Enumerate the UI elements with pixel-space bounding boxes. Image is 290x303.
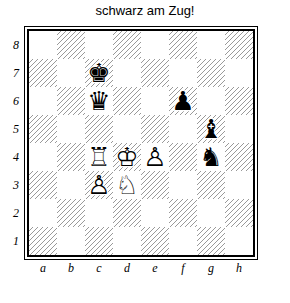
- square-f5[interactable]: [169, 115, 197, 143]
- square-a4[interactable]: [29, 143, 57, 171]
- square-c6[interactable]: ♛♛: [85, 87, 113, 115]
- file-label-a: a: [29, 261, 57, 275]
- square-b5[interactable]: [57, 115, 85, 143]
- white-rook-glyph: ♖: [85, 143, 113, 171]
- square-f2[interactable]: [169, 199, 197, 227]
- square-e2[interactable]: [141, 199, 169, 227]
- square-e6[interactable]: [141, 87, 169, 115]
- file-label-h: h: [225, 261, 253, 275]
- square-h1[interactable]: [225, 227, 253, 255]
- square-d4[interactable]: ♚♔: [113, 143, 141, 171]
- black-pawn: ♟♟: [169, 87, 197, 115]
- square-g4[interactable]: ♞♞: [197, 143, 225, 171]
- square-b2[interactable]: [57, 199, 85, 227]
- square-h4[interactable]: [225, 143, 253, 171]
- square-c8[interactable]: [85, 31, 113, 59]
- square-c2[interactable]: [85, 199, 113, 227]
- square-f4[interactable]: [169, 143, 197, 171]
- rank-label-3: 3: [8, 171, 24, 199]
- white-rook: ♜♖: [85, 143, 113, 171]
- square-f8[interactable]: [169, 31, 197, 59]
- square-d5[interactable]: [113, 115, 141, 143]
- square-g2[interactable]: [197, 199, 225, 227]
- square-a3[interactable]: [29, 171, 57, 199]
- square-b4[interactable]: [57, 143, 85, 171]
- square-h2[interactable]: [225, 199, 253, 227]
- square-b7[interactable]: [57, 59, 85, 87]
- white-pawn-glyph: ♙: [141, 143, 169, 171]
- square-f3[interactable]: [169, 171, 197, 199]
- square-g5[interactable]: ♝♝: [197, 115, 225, 143]
- black-bishop: ♝♝: [197, 115, 225, 143]
- square-c5[interactable]: [85, 115, 113, 143]
- white-pawn: ♟♙: [85, 171, 113, 199]
- black-pawn-glyph: ♟: [169, 87, 197, 115]
- square-c1[interactable]: [85, 227, 113, 255]
- black-queen-glyph: ♛: [85, 87, 113, 115]
- file-label-g: g: [197, 261, 225, 275]
- square-d1[interactable]: [113, 227, 141, 255]
- square-c4[interactable]: ♜♖: [85, 143, 113, 171]
- black-bishop-glyph: ♝: [197, 115, 225, 143]
- square-h3[interactable]: [225, 171, 253, 199]
- square-b6[interactable]: [57, 87, 85, 115]
- square-a2[interactable]: [29, 199, 57, 227]
- square-a5[interactable]: [29, 115, 57, 143]
- black-knight: ♞♞: [197, 143, 225, 171]
- rank-label-7: 7: [8, 59, 24, 87]
- move-indicator: schwarz am Zug!: [0, 3, 290, 19]
- rank-label-6: 6: [8, 87, 24, 115]
- square-h6[interactable]: [225, 87, 253, 115]
- square-h5[interactable]: [225, 115, 253, 143]
- chess-board: ♚♚♛♛♟♟♝♝♜♖♚♔♟♙♞♞♟♙♞♘: [24, 26, 258, 260]
- square-c7[interactable]: ♚♚: [85, 59, 113, 87]
- square-g1[interactable]: [197, 227, 225, 255]
- square-d7[interactable]: [113, 59, 141, 87]
- square-e4[interactable]: ♟♙: [141, 143, 169, 171]
- white-king-glyph: ♔: [113, 143, 141, 171]
- white-pawn-glyph: ♙: [85, 171, 113, 199]
- square-d2[interactable]: [113, 199, 141, 227]
- rank-label-5: 5: [8, 115, 24, 143]
- square-e5[interactable]: [141, 115, 169, 143]
- square-a6[interactable]: [29, 87, 57, 115]
- file-label-d: d: [113, 261, 141, 275]
- black-king-glyph: ♚: [85, 59, 113, 87]
- square-f1[interactable]: [169, 227, 197, 255]
- file-label-c: c: [85, 261, 113, 275]
- board-grid: ♚♚♛♛♟♟♝♝♜♖♚♔♟♙♞♞♟♙♞♘: [29, 31, 253, 255]
- square-g6[interactable]: [197, 87, 225, 115]
- file-label-b: b: [57, 261, 85, 275]
- square-f7[interactable]: [169, 59, 197, 87]
- square-e1[interactable]: [141, 227, 169, 255]
- square-e3[interactable]: [141, 171, 169, 199]
- square-h7[interactable]: [225, 59, 253, 87]
- file-label-e: e: [141, 261, 169, 275]
- square-a8[interactable]: [29, 31, 57, 59]
- square-b3[interactable]: [57, 171, 85, 199]
- square-f6[interactable]: ♟♟: [169, 87, 197, 115]
- square-d3[interactable]: ♞♘: [113, 171, 141, 199]
- black-knight-glyph: ♞: [197, 143, 225, 171]
- black-king: ♚♚: [85, 59, 113, 87]
- square-a1[interactable]: [29, 227, 57, 255]
- square-a7[interactable]: [29, 59, 57, 87]
- square-g3[interactable]: [197, 171, 225, 199]
- white-king: ♚♔: [113, 143, 141, 171]
- rank-label-4: 4: [8, 143, 24, 171]
- board-frame: ♚♚♛♛♟♟♝♝♜♖♚♔♟♙♞♞♟♙♞♘: [27, 29, 255, 257]
- chess-diagram: schwarz am Zug! ♚♚♛♛♟♟♝♝♜♖♚♔♟♙♞♞♟♙♞♘ 876…: [0, 0, 290, 303]
- black-queen: ♛♛: [85, 87, 113, 115]
- square-e8[interactable]: [141, 31, 169, 59]
- white-knight: ♞♘: [113, 171, 141, 199]
- square-b1[interactable]: [57, 227, 85, 255]
- white-knight-glyph: ♘: [113, 171, 141, 199]
- square-h8[interactable]: [225, 31, 253, 59]
- square-d6[interactable]: [113, 87, 141, 115]
- white-pawn: ♟♙: [141, 143, 169, 171]
- square-c3[interactable]: ♟♙: [85, 171, 113, 199]
- square-g8[interactable]: [197, 31, 225, 59]
- square-b8[interactable]: [57, 31, 85, 59]
- rank-label-8: 8: [8, 31, 24, 59]
- square-e7[interactable]: [141, 59, 169, 87]
- rank-label-2: 2: [8, 199, 24, 227]
- square-g7[interactable]: [197, 59, 225, 87]
- file-label-f: f: [169, 261, 197, 275]
- square-d8[interactable]: [113, 31, 141, 59]
- rank-label-1: 1: [8, 227, 24, 255]
